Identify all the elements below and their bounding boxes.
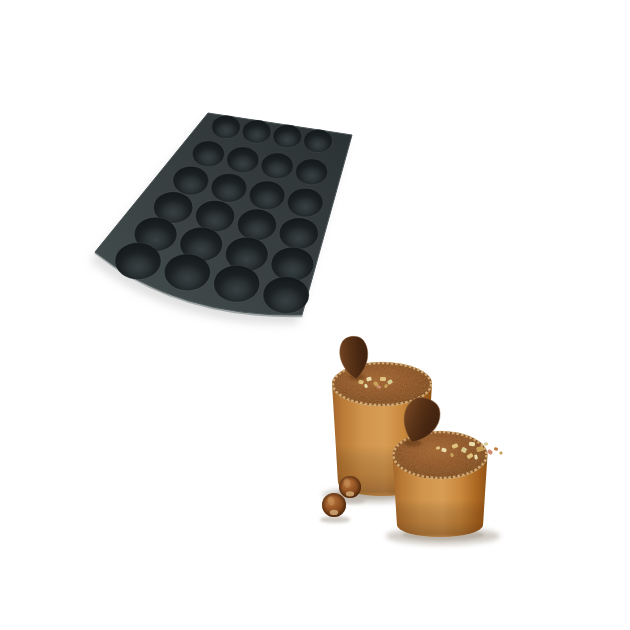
product-photo (0, 0, 630, 630)
mold-cavity (164, 254, 210, 291)
hazelnut-tip (330, 510, 338, 515)
mold-cavity (192, 141, 224, 167)
sprinkle-bit (380, 377, 386, 381)
mold-cavity (273, 125, 302, 148)
sprinkle-bit (484, 443, 488, 446)
mold-cavity (173, 166, 209, 195)
mold-cavity (242, 120, 271, 143)
mold-cavity (227, 147, 259, 173)
mold-cavity (214, 265, 260, 302)
sprinkle-bit (487, 449, 493, 455)
mold-cavity (304, 129, 333, 152)
mold-cavity (249, 181, 285, 210)
mold-cavity (237, 209, 276, 240)
muffin-mold (90, 113, 352, 324)
mold-cavity (271, 247, 314, 281)
sprinkle-bit (500, 452, 503, 455)
mold-cavity (263, 277, 309, 314)
mold-cavity (212, 115, 241, 138)
cake-top (393, 431, 488, 479)
sprinkle-bit (494, 447, 499, 451)
product-photo-svg (0, 0, 630, 630)
mold-cavity (287, 188, 323, 217)
hazelnut-tip (346, 491, 354, 496)
hazelnut-shadow (320, 516, 350, 523)
mold-cavity (115, 243, 161, 280)
mold-cavity (211, 174, 247, 203)
mold-cavity (279, 218, 318, 249)
mold-cavity (295, 159, 327, 185)
mold-cavity (261, 153, 293, 179)
